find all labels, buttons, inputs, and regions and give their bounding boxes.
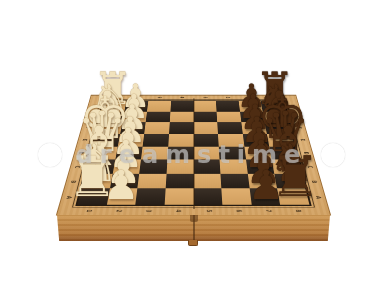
square-dark — [115, 146, 143, 159]
square-light — [248, 174, 278, 189]
rank-label-near: 7 — [263, 208, 274, 214]
rank-label-far: 5 — [201, 96, 209, 99]
rank-label-far: 3 — [156, 96, 164, 99]
square-dark — [194, 111, 218, 122]
square-dark — [194, 160, 221, 174]
square-dark — [120, 122, 146, 134]
square-light — [217, 111, 242, 122]
file-label-right: B — [309, 179, 320, 184]
file-label-left: H — [90, 104, 99, 107]
square-light — [82, 174, 113, 189]
rank-label-near: 3 — [143, 208, 153, 214]
square-light — [272, 160, 302, 174]
square-light — [218, 134, 244, 146]
square-light — [244, 146, 272, 159]
square-light — [112, 160, 141, 174]
square-dark — [240, 111, 265, 122]
rank-label-near: 1 — [83, 208, 94, 214]
square-light — [277, 189, 309, 205]
square-light — [107, 189, 138, 205]
square-dark — [98, 111, 124, 122]
square-light — [122, 111, 147, 122]
rank-label-far: 8 — [269, 96, 277, 99]
file-label-right: H — [289, 104, 298, 107]
square-light — [194, 174, 222, 189]
square-dark — [194, 189, 223, 205]
square-dark — [167, 146, 193, 159]
square-dark — [221, 174, 250, 189]
square-dark — [78, 189, 110, 205]
rank-label-far: 4 — [178, 96, 186, 99]
square-dark — [216, 101, 240, 111]
board-fold-seam — [193, 98, 195, 209]
square-light — [144, 122, 169, 134]
square-light — [239, 101, 263, 111]
square-dark — [265, 122, 292, 134]
square-dark — [170, 101, 193, 111]
front-fold-notch — [190, 215, 198, 222]
square-light — [220, 160, 248, 174]
file-label-left: E — [80, 138, 90, 142]
file-label-left: F — [83, 126, 92, 130]
square-light — [117, 134, 144, 146]
square-dark — [246, 160, 275, 174]
file-label-right: F — [295, 126, 304, 130]
rank-label-far: 2 — [133, 96, 141, 99]
square-dark — [270, 146, 299, 159]
square-dark — [194, 134, 219, 146]
file-label-left: D — [76, 151, 86, 155]
square-dark — [275, 174, 306, 189]
rank-label-far: 1 — [110, 96, 118, 99]
rank-label-far: 6 — [224, 96, 232, 99]
board-front-edge — [57, 215, 330, 241]
file-label-left: A — [63, 195, 74, 200]
square-dark — [85, 160, 115, 174]
rank-label-near: 4 — [173, 208, 183, 214]
square-light — [194, 101, 217, 111]
hinge-tab — [188, 240, 198, 246]
square-dark — [169, 122, 194, 134]
square-dark — [92, 134, 120, 146]
square-light — [165, 189, 194, 205]
rank-label-near: 5 — [203, 208, 213, 214]
square-light — [194, 122, 219, 134]
file-label-right: A — [313, 195, 324, 200]
file-label-right: C — [305, 164, 315, 169]
square-light — [267, 134, 295, 146]
square-dark — [249, 189, 280, 205]
rank-label-near: 2 — [113, 208, 124, 214]
watermark-logo-icon: d — [321, 143, 345, 167]
square-dark — [217, 122, 242, 134]
chess-board: AA11BB22CC33DD44EE55FF66GG77HH88 — [57, 95, 330, 215]
square-light — [170, 111, 194, 122]
square-light — [138, 174, 167, 189]
rank-label-far: 7 — [246, 96, 254, 99]
square-dark — [143, 134, 169, 146]
file-label-right: D — [301, 151, 311, 155]
square-light — [101, 101, 126, 111]
square-light — [263, 111, 289, 122]
square-dark — [243, 134, 270, 146]
square-dark — [110, 174, 140, 189]
square-dark — [219, 146, 246, 159]
square-dark — [136, 189, 166, 205]
file-label-left: B — [68, 179, 79, 184]
square-light — [141, 146, 168, 159]
square-light — [194, 146, 220, 159]
file-label-left: C — [72, 164, 82, 169]
square-dark — [139, 160, 167, 174]
square-dark — [166, 174, 194, 189]
square-dark — [124, 101, 148, 111]
square-dark — [146, 111, 171, 122]
square-dark — [261, 101, 286, 111]
square-light — [147, 101, 171, 111]
file-label-right: E — [298, 138, 308, 142]
rank-label-near: 8 — [292, 208, 303, 214]
square-light — [95, 122, 122, 134]
square-light — [168, 134, 193, 146]
square-light — [241, 122, 267, 134]
square-light — [221, 189, 251, 205]
watermark-logo-icon: d — [38, 143, 62, 167]
rank-label-near: 6 — [233, 208, 243, 214]
square-light — [166, 160, 193, 174]
file-label-right: G — [292, 115, 301, 119]
photo-canvas: AA11BB22CC33DD44EE55FF66GG77HH88 ♜♞♝♚♛♝♞… — [0, 0, 383, 300]
square-light — [89, 146, 118, 159]
file-label-left: G — [86, 115, 95, 119]
